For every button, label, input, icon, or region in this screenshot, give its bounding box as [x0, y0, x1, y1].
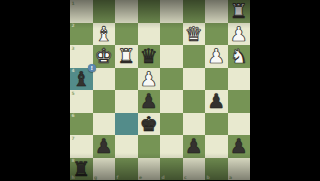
square-c2[interactable]: ♛	[183, 23, 206, 46]
rank-label-2: 2	[72, 23, 75, 28]
piece-white-pawn-b3[interactable]: ♟	[207, 45, 225, 68]
letterbox-right	[250, 0, 320, 180]
square-g7[interactable]: ♟	[93, 135, 116, 158]
square-f3[interactable]: ♜	[115, 45, 138, 68]
rank-label-6: 6	[72, 113, 75, 118]
square-a1[interactable]: ♜	[228, 0, 251, 23]
square-g6[interactable]	[93, 113, 116, 136]
piece-white-bishop-g2[interactable]: ♝	[95, 22, 113, 45]
piece-black-queen-e3[interactable]: ♛	[140, 45, 158, 68]
square-g3[interactable]: ♚	[93, 45, 116, 68]
square-c4[interactable]	[183, 68, 206, 91]
square-b2[interactable]	[205, 23, 228, 46]
square-f1[interactable]	[115, 0, 138, 23]
square-d2[interactable]	[160, 23, 183, 46]
square-f8[interactable]: f	[115, 158, 138, 181]
square-c3[interactable]	[183, 45, 206, 68]
square-g1[interactable]	[93, 0, 116, 23]
square-h5[interactable]: 5	[70, 90, 93, 113]
video-frame: 1♜2♝♛♟3♚♜♛♟♞4♝!♟5♟♟6♚7♟♟♟8h♜gfedcba	[0, 0, 320, 180]
great-move-badge: !	[88, 64, 96, 72]
file-label-c: c	[184, 175, 187, 180]
piece-white-rook-f3[interactable]: ♜	[117, 45, 135, 68]
square-e1[interactable]	[138, 0, 161, 23]
square-c1[interactable]	[183, 0, 206, 23]
file-label-d: d	[162, 175, 165, 180]
piece-white-pawn-a2[interactable]: ♟	[230, 22, 248, 45]
square-b7[interactable]	[205, 135, 228, 158]
square-d5[interactable]	[160, 90, 183, 113]
square-d3[interactable]	[160, 45, 183, 68]
piece-white-knight-a3[interactable]: ♞	[230, 45, 248, 68]
square-e7[interactable]	[138, 135, 161, 158]
square-d8[interactable]: d	[160, 158, 183, 181]
square-g8[interactable]: g	[93, 158, 116, 181]
square-d1[interactable]	[160, 0, 183, 23]
piece-black-rook-h8[interactable]: ♜	[72, 157, 90, 180]
square-e5[interactable]: ♟	[138, 90, 161, 113]
square-c6[interactable]	[183, 113, 206, 136]
rank-label-1: 1	[72, 1, 75, 6]
piece-white-pawn-e4[interactable]: ♟	[140, 67, 158, 90]
square-c7[interactable]: ♟	[183, 135, 206, 158]
piece-white-queen-c2[interactable]: ♛	[185, 22, 203, 45]
square-b6[interactable]	[205, 113, 228, 136]
piece-white-king-g3[interactable]: ♚	[95, 45, 113, 68]
file-label-b: b	[207, 175, 210, 180]
piece-black-bishop-h4[interactable]: ♝	[72, 67, 90, 90]
piece-black-pawn-g7[interactable]: ♟	[95, 135, 113, 158]
file-label-f: f	[117, 175, 119, 180]
file-label-g: g	[94, 175, 97, 180]
square-f7[interactable]	[115, 135, 138, 158]
square-f2[interactable]	[115, 23, 138, 46]
rank-label-3: 3	[72, 46, 75, 51]
square-b3[interactable]: ♟	[205, 45, 228, 68]
square-a6[interactable]	[228, 113, 251, 136]
square-b5[interactable]: ♟	[205, 90, 228, 113]
square-h6[interactable]: 6	[70, 113, 93, 136]
square-h4[interactable]: 4♝!	[70, 68, 93, 91]
square-h8[interactable]: 8h♜	[70, 158, 93, 181]
file-label-e: e	[139, 175, 142, 180]
square-g2[interactable]: ♝	[93, 23, 116, 46]
square-g5[interactable]	[93, 90, 116, 113]
square-a3[interactable]: ♞	[228, 45, 251, 68]
piece-black-pawn-e5[interactable]: ♟	[140, 90, 158, 113]
square-a7[interactable]: ♟	[228, 135, 251, 158]
square-h7[interactable]: 7	[70, 135, 93, 158]
square-f5[interactable]	[115, 90, 138, 113]
square-e3[interactable]: ♛	[138, 45, 161, 68]
square-h1[interactable]: 1	[70, 0, 93, 23]
square-e8[interactable]: e	[138, 158, 161, 181]
square-e2[interactable]	[138, 23, 161, 46]
square-b4[interactable]	[205, 68, 228, 91]
piece-white-rook-a1[interactable]: ♜	[230, 0, 248, 22]
square-a5[interactable]	[228, 90, 251, 113]
square-d4[interactable]	[160, 68, 183, 91]
chess-board: 1♜2♝♛♟3♚♜♛♟♞4♝!♟5♟♟6♚7♟♟♟8h♜gfedcba	[70, 0, 250, 180]
piece-black-pawn-a7[interactable]: ♟	[230, 135, 248, 158]
square-d6[interactable]	[160, 113, 183, 136]
square-b8[interactable]: b	[205, 158, 228, 181]
square-a2[interactable]: ♟	[228, 23, 251, 46]
square-h2[interactable]: 2	[70, 23, 93, 46]
square-f4[interactable]	[115, 68, 138, 91]
rank-label-7: 7	[72, 136, 75, 141]
square-b1[interactable]	[205, 0, 228, 23]
piece-black-pawn-b5[interactable]: ♟	[207, 90, 225, 113]
square-e6[interactable]: ♚	[138, 113, 161, 136]
letterbox-left	[0, 0, 70, 180]
square-e4[interactable]: ♟	[138, 68, 161, 91]
square-f6[interactable]	[115, 113, 138, 136]
piece-black-king-e6[interactable]: ♚	[140, 112, 158, 135]
file-label-a: a	[229, 175, 232, 180]
square-g4[interactable]	[93, 68, 116, 91]
square-a4[interactable]	[228, 68, 251, 91]
square-d7[interactable]	[160, 135, 183, 158]
square-c8[interactable]: c	[183, 158, 206, 181]
square-c5[interactable]	[183, 90, 206, 113]
rank-label-5: 5	[72, 91, 75, 96]
square-a8[interactable]: a	[228, 158, 251, 181]
piece-black-pawn-c7[interactable]: ♟	[185, 135, 203, 158]
